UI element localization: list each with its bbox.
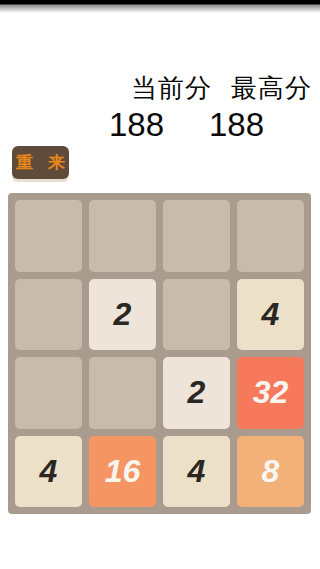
best-score-label: 最高分 bbox=[231, 73, 312, 103]
empty-cell bbox=[15, 200, 82, 272]
empty-cell bbox=[163, 200, 230, 272]
empty-cell bbox=[15, 357, 82, 429]
empty-cell bbox=[163, 279, 230, 351]
empty-cell bbox=[15, 279, 82, 351]
tile-4: 4 bbox=[163, 436, 230, 508]
restart-button-label: 重来 bbox=[16, 154, 80, 171]
tile-16: 16 bbox=[89, 436, 156, 508]
empty-cell bbox=[237, 200, 304, 272]
best-score-value: 188 bbox=[209, 108, 264, 141]
tile-8: 8 bbox=[237, 436, 304, 508]
tile-2: 2 bbox=[89, 279, 156, 351]
current-score-label: 当前分 bbox=[131, 73, 212, 103]
status-bar bbox=[0, 0, 320, 13]
tile-32: 32 bbox=[237, 357, 304, 429]
tile-2: 2 bbox=[163, 357, 230, 429]
empty-cell bbox=[89, 200, 156, 272]
tile-4: 4 bbox=[15, 436, 82, 508]
current-score-value: 188 bbox=[109, 108, 164, 141]
tile-4: 4 bbox=[237, 279, 304, 351]
restart-button[interactable]: 重来 bbox=[12, 146, 69, 179]
empty-cell bbox=[89, 357, 156, 429]
game-board[interactable]: 2423241648 bbox=[8, 193, 311, 514]
